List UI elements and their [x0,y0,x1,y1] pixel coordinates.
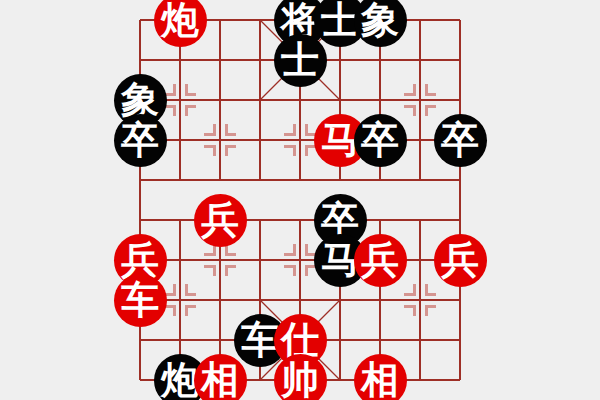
piece-black-soldier[interactable]: 卒 [114,114,167,167]
piece-red-soldier[interactable]: 兵 [354,234,407,287]
piece-black-soldier[interactable]: 卒 [434,114,487,167]
pieces-grid: 炮将士象士象卒马卒卒兵卒兵马兵兵车车仕炮相帅相 [120,0,480,400]
piece-red-elephant[interactable]: 相 [354,354,407,400]
piece-black-elephant[interactable]: 象 [354,0,407,47]
piece-red-general[interactable]: 帅 [274,354,327,400]
piece-red-soldier[interactable]: 兵 [194,194,247,247]
piece-red-cannon[interactable]: 炮 [154,0,207,47]
piece-red-soldier[interactable]: 兵 [434,234,487,287]
piece-red-elephant[interactable]: 相 [194,354,247,400]
piece-red-chariot[interactable]: 车 [114,274,167,327]
xiangqi-board: 炮将士象士象卒马卒卒兵卒兵马兵兵车车仕炮相帅相 [0,0,600,400]
piece-black-soldier[interactable]: 卒 [354,114,407,167]
piece-black-advisor[interactable]: 士 [274,34,327,87]
